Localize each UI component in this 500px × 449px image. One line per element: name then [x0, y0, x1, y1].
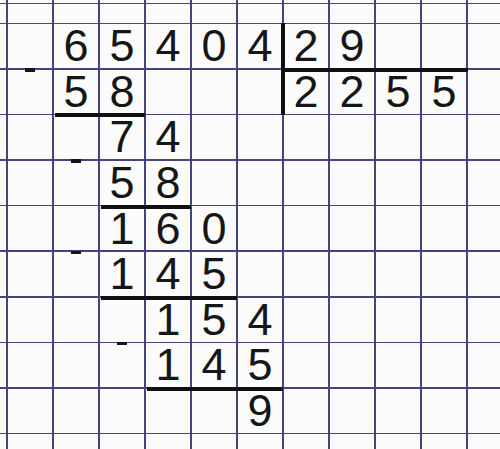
digit-cell-r4-c3: 6: [145, 206, 191, 252]
digit-cell-r1-c2: 8: [99, 69, 145, 115]
digit-cell-r0-c1: 6: [53, 23, 99, 69]
digit-cell-r0-c7: 9: [329, 23, 375, 69]
digit-cell-r3-c3: 8: [145, 160, 191, 206]
minus-sign: [117, 342, 127, 345]
digit-cell-r0-c2: 5: [99, 23, 145, 69]
subtraction-underline: [101, 296, 237, 300]
digit-cell-r3-c2: 5: [99, 160, 145, 206]
digit-cell-r6-c3: 1: [145, 297, 191, 343]
minus-sign: [71, 159, 81, 162]
digit-cell-r5-c3: 4: [145, 251, 191, 297]
digit-cell-r6-c4: 5: [191, 297, 237, 343]
subtraction-underline: [101, 205, 191, 209]
digit-cell-r4-c2: 1: [99, 206, 145, 252]
digit-cell-r8-c5: 9: [237, 388, 283, 434]
digit-cell-r7-c3: 1: [145, 342, 191, 388]
digit-cell-r5-c2: 1: [99, 251, 145, 297]
minus-sign: [25, 68, 35, 71]
minus-sign: [71, 251, 81, 254]
digit-cell-r1-c6: 2: [283, 69, 329, 115]
digit-cell-r0-c3: 4: [145, 23, 191, 69]
digit-cell-r4-c4: 0: [191, 206, 237, 252]
quotient-underline: [281, 68, 468, 72]
digit-cell-r7-c4: 4: [191, 342, 237, 388]
digit-cell-r5-c4: 5: [191, 251, 237, 297]
digit-cell-r0-c4: 0: [191, 23, 237, 69]
subtraction-underline: [55, 113, 145, 117]
grid-line-horizontal: [0, 3, 500, 5]
digit-cell-r0-c5: 4: [237, 23, 283, 69]
digit-cell-r1-c9: 5: [421, 69, 467, 115]
digit-cell-r1-c1: 5: [53, 69, 99, 115]
digit-cell-r7-c5: 5: [237, 342, 283, 388]
digit-cell-r1-c7: 2: [329, 69, 375, 115]
digit-cell-r2-c2: 7: [99, 114, 145, 160]
grid-line-horizontal: [0, 205, 500, 207]
subtraction-underline: [147, 387, 283, 391]
digit-cell-r2-c3: 4: [145, 114, 191, 160]
digit-cell-r6-c5: 4: [237, 297, 283, 343]
digit-cell-r0-c6: 2: [283, 23, 329, 69]
squared-paper-sheet: 654042958225574581601451541459: [0, 0, 500, 449]
digit-cell-r1-c8: 5: [375, 69, 421, 115]
